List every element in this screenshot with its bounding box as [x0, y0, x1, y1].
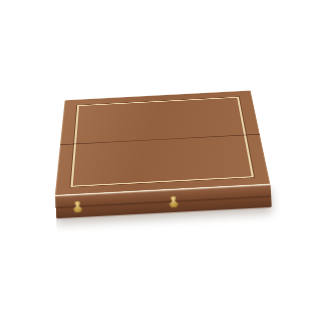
board-top-surface [55, 90, 271, 195]
perspective-scene [0, 0, 320, 307]
chess-board [55, 90, 271, 195]
product-photo-stage [0, 0, 320, 320]
rank-labels-right [239, 97, 268, 176]
brass-latch-left [71, 201, 83, 213]
brass-latch-center [167, 196, 179, 208]
board-wrapper [0, 0, 320, 307]
box-front-seam [55, 195, 271, 207]
rank-labels-left [57, 106, 77, 186]
